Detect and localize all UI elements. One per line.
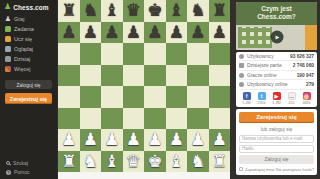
sidebar-item-label: Graj (14, 16, 24, 22)
square-d4[interactable] (123, 86, 145, 108)
graduation-cap-icon (5, 36, 11, 42)
black-pawn-piece[interactable]: ♟ (190, 24, 205, 41)
square-a8[interactable]: ♜ (58, 0, 80, 22)
facebook-icon: f (243, 92, 251, 100)
white-pawn-piece[interactable]: ♟ (190, 131, 205, 148)
login-button[interactable]: Zaloguj się (5, 80, 52, 89)
sidebar-item-label: Dzisiaj (14, 56, 30, 62)
video-title-line1: Czym jest (238, 5, 315, 13)
thumbnail-orange-strip (305, 25, 317, 50)
square-h5[interactable] (209, 65, 231, 87)
right-panel: Czym jest Chess.com? Użytkownicy 93 626 … (236, 2, 317, 175)
video-card-header: Czym jest Chess.com? (236, 2, 317, 25)
black-pawn-piece[interactable]: ♟ (126, 24, 141, 41)
black-pawn-piece[interactable]: ♟ (147, 24, 162, 41)
signup-button-main[interactable]: Zarejestruj się (239, 112, 314, 123)
members-online-icon (239, 82, 244, 87)
square-c6[interactable] (101, 43, 123, 65)
stat-row-games-today: Dzisiejsze partie 2 748 060 (239, 61, 314, 71)
stat-label: Użytkownicy online (247, 82, 288, 87)
sidebar-item-news[interactable]: Dzisiaj (0, 54, 57, 64)
sidebar-item-watch[interactable]: Oglądaj (0, 44, 57, 54)
youtube-count: 1,3M (272, 101, 280, 105)
black-queen-piece[interactable]: ♛ (126, 2, 141, 19)
white-bishop-piece[interactable]: ♝ (169, 153, 184, 170)
square-e6[interactable] (144, 43, 166, 65)
white-rook-piece[interactable]: ♜ (61, 153, 76, 170)
square-d7[interactable]: ♟ (123, 22, 145, 44)
square-a2[interactable]: ♟ (58, 129, 80, 151)
square-e4[interactable] (144, 86, 166, 108)
sidebar-item-label: Oglądaj (14, 46, 33, 52)
remember-me-checkbox[interactable]: Zapamiętaj mnie (239, 167, 275, 172)
facebook-link[interactable]: f 1,4M (240, 92, 253, 105)
stat-label: Użytkownicy (247, 54, 274, 59)
white-knight-piece[interactable]: ♞ (190, 153, 205, 170)
square-d3[interactable] (123, 108, 145, 130)
square-g7[interactable]: ♟ (187, 22, 209, 44)
online-players-icon (239, 73, 244, 78)
instagram-icon: ◎ (303, 92, 311, 100)
or-login-link[interactable]: lub zaloguj się (239, 126, 314, 132)
square-h2[interactable]: ♟ (209, 129, 231, 151)
checkbox-icon (239, 167, 243, 171)
square-h6[interactable] (209, 43, 231, 65)
square-f3[interactable] (166, 108, 188, 130)
square-b4[interactable] (80, 86, 102, 108)
square-d6[interactable] (123, 43, 145, 65)
square-f2[interactable]: ♟ (166, 129, 188, 151)
twitter-link[interactable]: t 230k (255, 92, 268, 105)
facebook-count: 1,4M (242, 101, 250, 105)
white-knight-piece[interactable]: ♞ (83, 153, 98, 170)
square-h8[interactable]: ♜ (209, 0, 231, 22)
square-b5[interactable] (80, 65, 102, 87)
square-f4[interactable] (166, 86, 188, 108)
square-e1[interactable]: ♚ (144, 151, 166, 173)
puzzle-icon (5, 26, 11, 32)
white-pawn-piece[interactable]: ♟ (169, 131, 184, 148)
sidebar-item-puzzles[interactable]: Zadania (0, 24, 57, 34)
users-icon (239, 54, 244, 59)
white-pawn-piece[interactable]: ♟ (212, 131, 227, 148)
square-c8[interactable]: ♝ (101, 0, 123, 22)
white-pawn-piece[interactable]: ♟ (61, 131, 76, 148)
pawn-icon: ♟ (5, 16, 11, 22)
twitter-count: 230k (257, 101, 265, 105)
site-stats-card: Użytkownicy 93 626 327 Dzisiejsze partie… (236, 52, 317, 107)
square-f6[interactable] (166, 43, 188, 65)
black-pawn-piece[interactable]: ♟ (212, 24, 227, 41)
social-links-row: f 1,4M t 230k ▶ 1,3M … 450 ◎ 466k (239, 90, 314, 107)
black-rook-piece[interactable]: ♜ (212, 2, 227, 19)
white-pawn-piece[interactable]: ♟ (147, 131, 162, 148)
play-button-icon[interactable] (270, 31, 283, 44)
search-label: Szukaj (13, 160, 28, 166)
instagram-link[interactable]: ◎ 466k (300, 92, 313, 105)
stat-value: 279 (306, 82, 314, 87)
chesscom-logo[interactable]: ♟ Chess.com (0, 0, 57, 13)
square-c2[interactable]: ♟ (101, 129, 123, 151)
square-h7[interactable]: ♟ (209, 22, 231, 44)
square-a4[interactable] (58, 86, 80, 108)
black-bishop-piece[interactable]: ♝ (169, 2, 184, 19)
square-c5[interactable] (101, 65, 123, 87)
black-pawn-piece[interactable]: ♟ (169, 24, 184, 41)
white-bishop-piece[interactable]: ♝ (104, 153, 119, 170)
stat-value: 93 626 327 (290, 54, 314, 59)
white-king-piece[interactable]: ♚ (147, 153, 162, 170)
black-knight-piece[interactable]: ♞ (190, 2, 205, 19)
video-thumbnail[interactable] (236, 25, 317, 50)
square-b6[interactable] (80, 43, 102, 65)
thumbnail-board-art (238, 27, 272, 48)
stat-row-playing-now: Gracze online 190 947 (239, 71, 314, 81)
help-link[interactable]: ? Pomoc (6, 169, 30, 175)
square-a3[interactable] (58, 108, 80, 130)
help-label: Pomoc (14, 169, 30, 175)
square-b3[interactable] (80, 108, 102, 130)
discord-link[interactable]: … 450 (285, 92, 298, 105)
logo-pawn-icon: ♟ (4, 3, 11, 11)
square-a5[interactable] (58, 65, 80, 87)
square-a6[interactable] (58, 43, 80, 65)
twitter-icon: t (258, 92, 266, 100)
remember-label: Zapamiętaj mnie (245, 167, 275, 172)
square-a7[interactable]: ♟ (58, 22, 80, 44)
square-d5[interactable] (123, 65, 145, 87)
square-g4[interactable] (187, 86, 209, 108)
instagram-count: 466k (302, 101, 310, 105)
square-d8[interactable]: ♛ (123, 0, 145, 22)
white-pawn-piece[interactable]: ♟ (104, 131, 119, 148)
video-title-line2: Chess.com? (238, 13, 315, 21)
square-c1[interactable]: ♝ (101, 151, 123, 173)
forgot-password-link[interactable]: Nie pamiętasz hasła? (276, 167, 314, 172)
discord-count: 450 (288, 101, 294, 105)
square-b2[interactable]: ♟ (80, 129, 102, 151)
square-d1[interactable]: ♛ (123, 151, 145, 173)
sidebar-item-learn[interactable]: Ucz się (0, 34, 57, 44)
board-footer-bar (58, 172, 230, 179)
stat-row-members-online: Użytkownicy online 279 (239, 80, 314, 90)
sidebar: ♟ Chess.com ♟ Graj Zadania Ucz się Ogląd… (0, 0, 57, 179)
white-pawn-piece[interactable]: ♟ (126, 131, 141, 148)
black-pawn-piece[interactable]: ♟ (83, 24, 98, 41)
black-knight-piece[interactable]: ♞ (83, 2, 98, 19)
square-h1[interactable]: ♜ (209, 151, 231, 173)
square-b7[interactable]: ♟ (80, 22, 102, 44)
logo-text: Chess.com (13, 4, 49, 11)
square-d2[interactable]: ♟ (123, 129, 145, 151)
search-icon (6, 161, 10, 165)
sidebar-buttons: Zaloguj się Zarejestruj się (0, 80, 57, 104)
square-g5[interactable] (187, 65, 209, 87)
square-e2[interactable]: ♟ (144, 129, 166, 151)
help-icon: ? (6, 170, 11, 175)
news-icon (5, 56, 11, 62)
square-g8[interactable]: ♞ (187, 0, 209, 22)
login-card: Zarejestruj się lub zaloguj się Zaloguj … (236, 109, 317, 175)
grid-icon (5, 66, 11, 72)
sidebar-item-label: Więcej (14, 66, 31, 72)
square-e3[interactable] (144, 108, 166, 130)
stat-value: 2 748 060 (293, 63, 314, 68)
stat-label: Dzisiejsze partie (247, 63, 282, 68)
login-bottom-row: Zapamiętaj mnie Nie pamiętasz hasła? (239, 167, 314, 172)
black-king-piece[interactable]: ♚ (147, 2, 162, 19)
square-f7[interactable]: ♟ (166, 22, 188, 44)
games-icon (239, 63, 244, 68)
black-rook-piece[interactable]: ♜ (61, 2, 76, 19)
square-b1[interactable]: ♞ (80, 151, 102, 173)
square-c4[interactable] (101, 86, 123, 108)
youtube-link[interactable]: ▶ 1,3M (270, 92, 283, 105)
black-pawn-piece[interactable]: ♟ (104, 24, 119, 41)
square-e5[interactable] (144, 65, 166, 87)
sidebar-menu: ♟ Graj Zadania Ucz się Oglądaj Dzisiaj (0, 14, 57, 74)
square-g3[interactable] (187, 108, 209, 130)
square-g1[interactable]: ♞ (187, 151, 209, 173)
stat-label: Gracze online (247, 73, 277, 78)
search-link[interactable]: Szukaj (6, 160, 30, 166)
stat-value: 190 947 (297, 73, 314, 78)
square-h3[interactable] (209, 108, 231, 130)
black-bishop-piece[interactable]: ♝ (104, 2, 119, 19)
username-field[interactable] (239, 135, 314, 143)
square-c3[interactable] (101, 108, 123, 130)
white-queen-piece[interactable]: ♛ (126, 153, 141, 170)
youtube-icon: ▶ (273, 92, 281, 100)
square-b8[interactable]: ♞ (80, 0, 102, 22)
square-f1[interactable]: ♝ (166, 151, 188, 173)
square-c7[interactable]: ♟ (101, 22, 123, 44)
watch-icon (5, 46, 11, 52)
sidebar-footer: Szukaj ? Pomoc (6, 157, 30, 175)
white-pawn-piece[interactable]: ♟ (83, 131, 98, 148)
sidebar-item-label: Zadania (14, 26, 34, 32)
square-e7[interactable]: ♟ (144, 22, 166, 44)
password-field[interactable] (239, 145, 314, 153)
black-pawn-piece[interactable]: ♟ (61, 24, 76, 41)
square-f8[interactable]: ♝ (166, 0, 188, 22)
square-g6[interactable] (187, 43, 209, 65)
square-e8[interactable]: ♚ (144, 0, 166, 22)
chesscom-app: ♟ Chess.com ♟ Graj Zadania Ucz się Ogląd… (0, 0, 320, 179)
intro-video-card: Czym jest Chess.com? (236, 2, 317, 50)
white-rook-piece[interactable]: ♜ (212, 153, 227, 170)
discord-icon: … (288, 92, 296, 100)
signup-button[interactable]: Zarejestruj się (5, 93, 52, 104)
sidebar-item-label: Ucz się (14, 36, 32, 42)
chess-board[interactable]: ♜♞♝♛♚♝♞♜♟♟♟♟♟♟♟♟♟♟♟♟♟♟♟♟♜♞♝♛♚♝♞♜ (58, 0, 230, 172)
login-button-main[interactable]: Zaloguj się (239, 155, 314, 164)
stat-row-members: Użytkownicy 93 626 327 (239, 52, 314, 62)
square-f5[interactable] (166, 65, 188, 87)
square-g2[interactable]: ♟ (187, 129, 209, 151)
sidebar-item-play[interactable]: ♟ Graj (0, 14, 57, 24)
sidebar-item-more[interactable]: Więcej (0, 64, 57, 74)
square-h4[interactable] (209, 86, 231, 108)
square-a1[interactable]: ♜ (58, 151, 80, 173)
